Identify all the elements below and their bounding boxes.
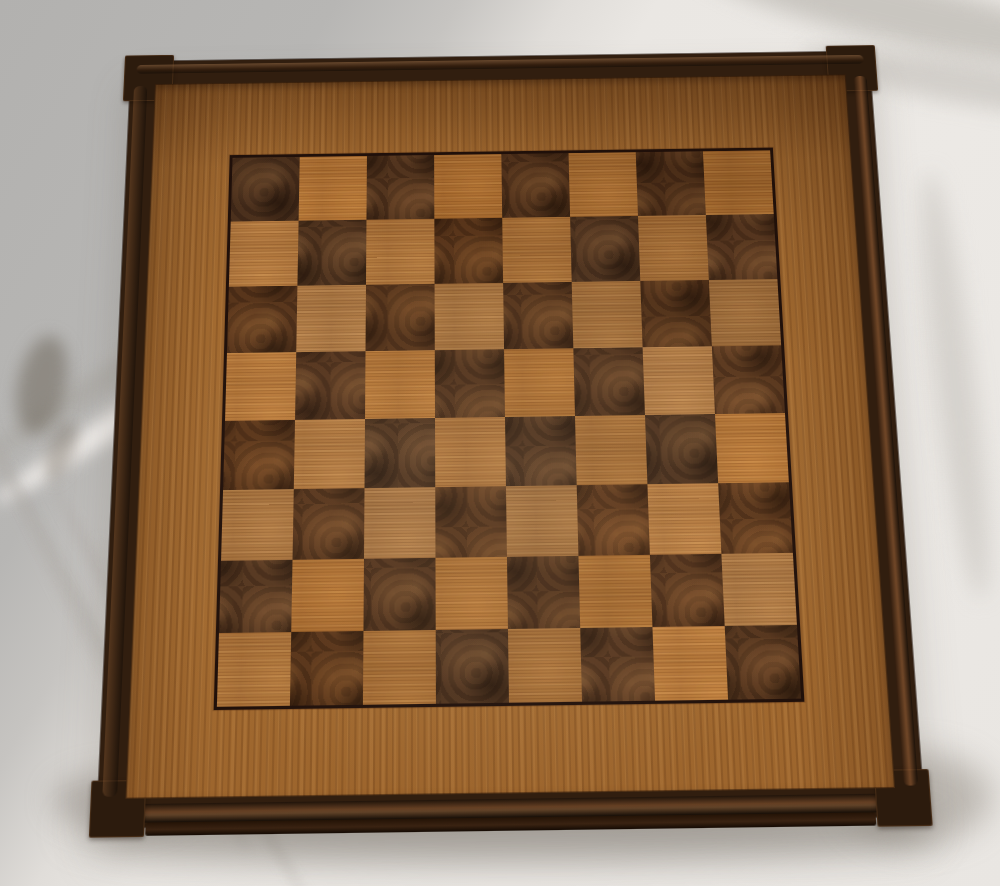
board-square-e7	[502, 217, 571, 283]
board-square-c8	[366, 155, 434, 220]
board-square-b8	[299, 156, 367, 221]
cloth-fold	[909, 169, 1000, 601]
board-square-a8	[231, 157, 300, 222]
board-square-d1	[436, 629, 509, 704]
board-square-d5	[435, 349, 505, 418]
board-square-f1	[580, 627, 655, 702]
board-square-c7	[366, 219, 435, 285]
board-square-e1	[508, 628, 582, 703]
board-square-h1	[725, 625, 801, 700]
board-square-a5	[225, 352, 296, 421]
board-square-g4	[645, 414, 718, 484]
board-square-c5	[365, 350, 435, 419]
board-square-e4	[505, 416, 577, 486]
board-square-b3	[293, 488, 365, 560]
board-square-h4	[715, 413, 789, 483]
board-square-a4	[223, 420, 295, 490]
board-square-d8	[434, 154, 502, 219]
board-square-c2	[363, 558, 435, 631]
board-square-c6	[366, 284, 435, 351]
board-square-a3	[221, 489, 294, 561]
board-square-b5	[295, 351, 365, 420]
board-square-h2	[721, 553, 797, 626]
cloth-fold	[0, 361, 113, 689]
board-square-b7	[297, 220, 366, 286]
board-square-e6	[503, 282, 573, 349]
cloth-stain	[8, 331, 76, 439]
games-table	[97, 51, 925, 827]
board-square-f6	[572, 281, 643, 348]
board-square-a1	[217, 632, 291, 707]
board-square-d4	[435, 417, 506, 487]
board-square-f7	[570, 216, 640, 282]
board-square-f2	[578, 555, 652, 628]
board-square-d7	[434, 218, 503, 284]
board-square-b2	[291, 559, 364, 632]
board-square-e2	[507, 556, 580, 629]
board-square-a6	[227, 286, 297, 353]
board-square-g3	[647, 483, 721, 555]
board-square-e3	[506, 485, 578, 557]
board-square-d3	[435, 486, 507, 558]
board-square-b1	[290, 631, 364, 706]
board-square-f3	[577, 484, 650, 556]
board-square-h3	[718, 482, 793, 554]
board-square-g7	[638, 215, 709, 281]
board-square-h8	[703, 150, 774, 215]
board-square-g8	[636, 151, 706, 216]
cloth-stain	[38, 417, 84, 484]
photo-scene	[0, 0, 1000, 886]
board-square-b4	[294, 419, 365, 489]
board-square-f4	[575, 415, 647, 485]
board-square-g2	[650, 554, 725, 627]
board-square-g6	[640, 280, 712, 347]
board-square-c4	[365, 418, 436, 488]
board-square-d6	[435, 283, 504, 350]
board-square-a2	[219, 560, 293, 633]
board-square-b6	[296, 285, 366, 352]
board-square-h6	[709, 279, 781, 346]
board-square-d2	[435, 557, 507, 630]
chess-board	[214, 148, 805, 710]
mahogany-border	[125, 74, 895, 798]
table-apron-edge	[145, 812, 876, 835]
board-square-f5	[573, 347, 645, 416]
board-square-g5	[643, 346, 715, 415]
board-square-h7	[706, 214, 778, 280]
board-square-a7	[229, 221, 299, 287]
board-square-c1	[363, 630, 436, 705]
board-square-f8	[569, 152, 638, 217]
board-square-h5	[712, 345, 785, 414]
board-square-e8	[501, 153, 570, 218]
board-square-c3	[364, 487, 435, 559]
board-square-g1	[652, 626, 728, 701]
board-square-e5	[504, 348, 575, 417]
